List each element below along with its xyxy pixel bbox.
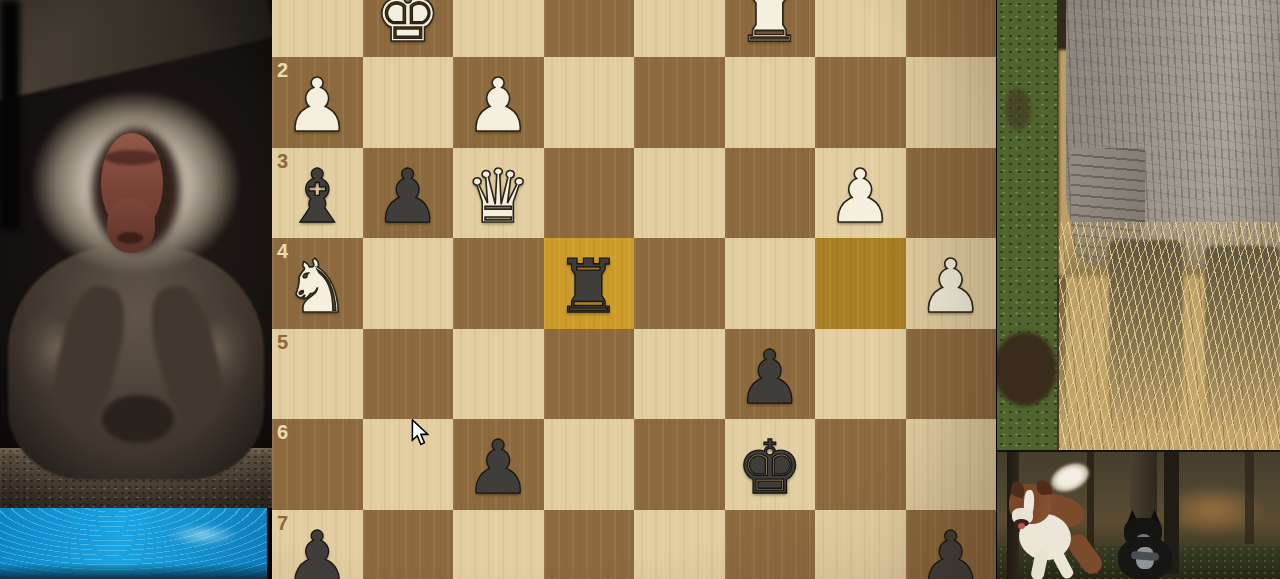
rank-label-4: 4 [277,240,288,263]
black-rook[interactable]: ♜ [556,243,622,323]
square-c5[interactable]: ♟ [725,329,816,420]
white-pawn[interactable]: ♟ [284,62,350,142]
square-c7[interactable] [725,510,816,579]
square-e2[interactable] [544,57,635,148]
square-h1[interactable]: 1 [272,0,363,57]
tree-trunk [1245,452,1254,544]
square-h4[interactable]: 4♞ [272,238,363,329]
square-g5[interactable] [363,329,454,420]
square-d1[interactable] [634,0,725,57]
square-b3[interactable]: ♟ [815,148,906,239]
square-e4[interactable]: ♜ [544,238,635,329]
rank-label-7: 7 [277,512,288,535]
square-c4[interactable] [725,238,816,329]
rank-label-3: 3 [277,150,288,173]
square-d4[interactable] [634,238,725,329]
baboon-photo [0,0,272,508]
square-g6[interactable] [363,419,454,510]
white-king[interactable]: ♚ [375,0,441,52]
square-b7[interactable] [815,510,906,579]
square-c2[interactable] [725,57,816,148]
square-h3[interactable]: 3♝ [272,148,363,239]
square-h5[interactable]: 5 [272,329,363,420]
square-e6[interactable] [544,419,635,510]
rank-label-2: 2 [277,59,288,82]
square-d6[interactable] [634,419,725,510]
square-b1[interactable] [815,0,906,57]
square-d7[interactable] [634,510,725,579]
square-g2[interactable] [363,57,454,148]
square-b2[interactable] [815,57,906,148]
square-f4[interactable] [453,238,544,329]
collie-tongue [1018,523,1025,529]
rank-label-5: 5 [277,331,288,354]
white-rook[interactable]: ♜ [737,0,803,52]
square-d5[interactable] [634,329,725,420]
black-pawn[interactable]: ♟ [465,424,531,504]
square-f3[interactable]: ♛ [453,148,544,239]
square-g7[interactable] [363,510,454,579]
square-g3[interactable]: ♟ [363,148,454,239]
square-a7[interactable]: ♟ [906,510,997,579]
white-pawn[interactable]: ♟ [827,153,893,233]
square-a6[interactable] [906,419,997,510]
square-a5[interactable] [906,329,997,420]
square-e7[interactable] [544,510,635,579]
elephant-photo [997,0,1280,450]
square-d2[interactable] [634,57,725,148]
square-a4[interactable]: ♟ [906,238,997,329]
mud-patch [1005,88,1031,130]
square-c1[interactable]: ♜ [725,0,816,57]
square-a3[interactable] [906,148,997,239]
square-f2[interactable]: ♟ [453,57,544,148]
black-pawn[interactable]: ♟ [375,153,441,233]
square-f1[interactable] [453,0,544,57]
black-pawn[interactable]: ♟ [918,515,984,579]
square-f5[interactable] [453,329,544,420]
square-h2[interactable]: 2♟ [272,57,363,148]
white-knight[interactable]: ♞ [284,243,350,323]
square-b4[interactable] [815,238,906,329]
square-c6[interactable]: ♚ [725,419,816,510]
square-h6[interactable]: 6 [272,419,363,510]
white-pawn[interactable]: ♟ [918,243,984,323]
square-f7[interactable] [453,510,544,579]
square-e5[interactable] [544,329,635,420]
square-g1[interactable]: ♚ [363,0,454,57]
dry-grass-foreground [1059,222,1280,450]
arrow-cursor-icon [411,419,429,447]
black-king[interactable]: ♚ [737,424,803,504]
square-b5[interactable] [815,329,906,420]
square-b6[interactable] [815,419,906,510]
chess-board[interactable]: 1♚♜2♟♟3♝♟♛♟4♞♜♟5♟6♟♚7♟♟8 [272,0,996,579]
black-dog [1115,510,1177,579]
black-pawn[interactable]: ♟ [284,515,350,579]
vignette [0,0,272,508]
video-frame: 1♚♜2♟♟3♝♟♛♟4♞♜♟5♟6♟♚7♟♟8 [0,0,1280,579]
square-e1[interactable] [544,0,635,57]
mouse-cursor [411,419,429,447]
square-a2[interactable] [906,57,997,148]
square-c3[interactable] [725,148,816,239]
dogs-photo [997,450,1280,579]
square-g4[interactable] [363,238,454,329]
square-e3[interactable] [544,148,635,239]
square-d3[interactable] [634,148,725,239]
square-a1[interactable] [906,0,997,57]
water-glint [167,524,239,546]
white-queen[interactable]: ♛ [465,153,531,233]
border-collie [999,464,1109,579]
pool-water-photo [0,508,267,579]
square-h7[interactable]: 7♟ [272,510,363,579]
black-bishop[interactable]: ♝ [284,153,350,233]
rank-label-6: 6 [277,421,288,444]
black-pawn[interactable]: ♟ [737,334,803,414]
square-f6[interactable]: ♟ [453,419,544,510]
white-pawn[interactable]: ♟ [465,62,531,142]
